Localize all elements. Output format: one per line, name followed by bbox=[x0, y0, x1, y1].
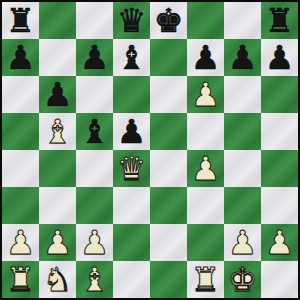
square-h7[interactable]: ♟ bbox=[261, 39, 298, 76]
square-c8[interactable] bbox=[76, 2, 113, 39]
square-b2[interactable]: ♟ bbox=[39, 224, 76, 261]
piece-white-pawn[interactable]: ♟ bbox=[80, 224, 110, 261]
square-d7[interactable]: ♝ bbox=[113, 39, 150, 76]
chess-board-grid: ♜♛♚♜♟♟♝♟♟♟♟♟♝♝♟♛♟♟♟♟♟♟♜♞♝♜♚ bbox=[2, 2, 298, 298]
square-h8[interactable]: ♜ bbox=[261, 2, 298, 39]
piece-white-queen[interactable]: ♛ bbox=[117, 150, 147, 187]
square-c6[interactable] bbox=[76, 76, 113, 113]
square-a3[interactable] bbox=[2, 187, 39, 224]
piece-white-king[interactable]: ♚ bbox=[228, 261, 258, 298]
square-f1[interactable]: ♜ bbox=[187, 261, 224, 298]
square-d5[interactable]: ♟ bbox=[113, 113, 150, 150]
square-g4[interactable] bbox=[224, 150, 261, 187]
piece-black-pawn[interactable]: ♟ bbox=[43, 76, 73, 113]
square-g2[interactable]: ♟ bbox=[224, 224, 261, 261]
chess-board: ♜♛♚♜♟♟♝♟♟♟♟♟♝♝♟♛♟♟♟♟♟♟♜♞♝♜♚ bbox=[0, 0, 300, 300]
square-f4[interactable]: ♟ bbox=[187, 150, 224, 187]
square-g7[interactable]: ♟ bbox=[224, 39, 261, 76]
square-h3[interactable] bbox=[261, 187, 298, 224]
piece-white-pawn[interactable]: ♟ bbox=[6, 224, 36, 261]
square-c1[interactable]: ♝ bbox=[76, 261, 113, 298]
square-e7[interactable] bbox=[150, 39, 187, 76]
piece-white-pawn[interactable]: ♟ bbox=[228, 224, 258, 261]
piece-white-pawn[interactable]: ♟ bbox=[191, 76, 221, 113]
square-a4[interactable] bbox=[2, 150, 39, 187]
square-h1[interactable] bbox=[261, 261, 298, 298]
square-f2[interactable] bbox=[187, 224, 224, 261]
square-a7[interactable]: ♟ bbox=[2, 39, 39, 76]
piece-white-pawn[interactable]: ♟ bbox=[265, 224, 295, 261]
square-d2[interactable] bbox=[113, 224, 150, 261]
square-a8[interactable]: ♜ bbox=[2, 2, 39, 39]
piece-black-pawn[interactable]: ♟ bbox=[191, 39, 221, 76]
square-d4[interactable]: ♛ bbox=[113, 150, 150, 187]
square-e1[interactable] bbox=[150, 261, 187, 298]
square-a1[interactable]: ♜ bbox=[2, 261, 39, 298]
square-b8[interactable] bbox=[39, 2, 76, 39]
square-a2[interactable]: ♟ bbox=[2, 224, 39, 261]
square-e8[interactable]: ♚ bbox=[150, 2, 187, 39]
square-c2[interactable]: ♟ bbox=[76, 224, 113, 261]
piece-black-pawn[interactable]: ♟ bbox=[117, 113, 147, 150]
square-d8[interactable]: ♛ bbox=[113, 2, 150, 39]
square-e3[interactable] bbox=[150, 187, 187, 224]
square-g5[interactable] bbox=[224, 113, 261, 150]
square-c5[interactable]: ♝ bbox=[76, 113, 113, 150]
piece-white-bishop[interactable]: ♝ bbox=[43, 113, 73, 150]
square-b3[interactable] bbox=[39, 187, 76, 224]
square-f6[interactable]: ♟ bbox=[187, 76, 224, 113]
piece-black-pawn[interactable]: ♟ bbox=[265, 39, 295, 76]
square-c4[interactable] bbox=[76, 150, 113, 187]
square-h4[interactable] bbox=[261, 150, 298, 187]
square-d6[interactable] bbox=[113, 76, 150, 113]
square-e5[interactable] bbox=[150, 113, 187, 150]
piece-black-bishop[interactable]: ♝ bbox=[117, 39, 147, 76]
piece-black-bishop[interactable]: ♝ bbox=[80, 113, 110, 150]
square-f3[interactable] bbox=[187, 187, 224, 224]
piece-black-pawn[interactable]: ♟ bbox=[80, 39, 110, 76]
piece-white-bishop[interactable]: ♝ bbox=[80, 261, 110, 298]
square-a5[interactable] bbox=[2, 113, 39, 150]
square-b7[interactable] bbox=[39, 39, 76, 76]
square-h6[interactable] bbox=[261, 76, 298, 113]
piece-white-rook[interactable]: ♜ bbox=[191, 261, 221, 298]
piece-white-pawn[interactable]: ♟ bbox=[191, 150, 221, 187]
square-e4[interactable] bbox=[150, 150, 187, 187]
piece-white-knight[interactable]: ♞ bbox=[43, 261, 73, 298]
piece-white-rook[interactable]: ♜ bbox=[6, 261, 36, 298]
piece-black-rook[interactable]: ♜ bbox=[265, 2, 295, 39]
square-b6[interactable]: ♟ bbox=[39, 76, 76, 113]
square-f5[interactable] bbox=[187, 113, 224, 150]
square-c7[interactable]: ♟ bbox=[76, 39, 113, 76]
piece-black-queen[interactable]: ♛ bbox=[117, 2, 147, 39]
square-c3[interactable] bbox=[76, 187, 113, 224]
square-g1[interactable]: ♚ bbox=[224, 261, 261, 298]
piece-white-pawn[interactable]: ♟ bbox=[43, 224, 73, 261]
square-h2[interactable]: ♟ bbox=[261, 224, 298, 261]
square-b4[interactable] bbox=[39, 150, 76, 187]
square-a6[interactable] bbox=[2, 76, 39, 113]
piece-black-pawn[interactable]: ♟ bbox=[228, 39, 258, 76]
piece-black-pawn[interactable]: ♟ bbox=[6, 39, 36, 76]
square-e6[interactable] bbox=[150, 76, 187, 113]
piece-black-rook[interactable]: ♜ bbox=[6, 2, 36, 39]
square-b5[interactable]: ♝ bbox=[39, 113, 76, 150]
square-b1[interactable]: ♞ bbox=[39, 261, 76, 298]
square-d3[interactable] bbox=[113, 187, 150, 224]
square-d1[interactable] bbox=[113, 261, 150, 298]
square-f8[interactable] bbox=[187, 2, 224, 39]
square-g8[interactable] bbox=[224, 2, 261, 39]
square-g3[interactable] bbox=[224, 187, 261, 224]
square-e2[interactable] bbox=[150, 224, 187, 261]
piece-black-king[interactable]: ♚ bbox=[154, 2, 184, 39]
square-f7[interactable]: ♟ bbox=[187, 39, 224, 76]
square-h5[interactable] bbox=[261, 113, 298, 150]
square-g6[interactable] bbox=[224, 76, 261, 113]
